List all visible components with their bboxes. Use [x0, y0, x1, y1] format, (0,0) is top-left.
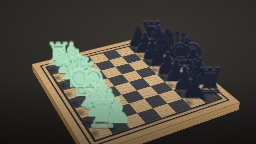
- model-viewport[interactable]: ♜♞♝♛♚♝♞♜♟♟♟♟♟♟♟♟♟♟♟♟♟♟♟♟♜♞♝♛♚♝♞♜: [0, 0, 256, 144]
- piece-black-pawn: ♟: [180, 71, 197, 103]
- board-frame: ♜♞♝♛♚♝♞♜♟♟♟♟♟♟♟♟♟♟♟♟♟♟♟♟♜♞♝♛♚♝♞♜: [32, 34, 240, 144]
- square-h5: [153, 103, 177, 118]
- piece-white-rook: ♜: [85, 95, 104, 133]
- scene-perspective: ♜♞♝♛♚♝♞♜♟♟♟♟♟♟♟♟♟♟♟♟♟♟♟♟♜♞♝♛♚♝♞♜: [0, 0, 256, 144]
- chessboard-3d: ♜♞♝♛♚♝♞♜♟♟♟♟♟♟♟♟♟♟♟♟♟♟♟♟♜♞♝♛♚♝♞♜: [32, 34, 240, 144]
- square-h1: ♜: [88, 123, 113, 140]
- square-g5: [144, 94, 167, 108]
- square-b5: [109, 57, 129, 67]
- play-area: ♜♞♝♛♚♝♞♜♟♟♟♟♟♟♟♟♟♟♟♟♟♟♟♟♜♞♝♛♚♝♞♜: [45, 40, 223, 143]
- square-h7: ♟: [182, 94, 206, 108]
